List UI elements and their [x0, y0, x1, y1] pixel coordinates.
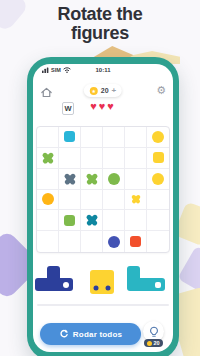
board-cell: [125, 210, 147, 231]
board-cell: [103, 127, 125, 148]
#29b5d8-square: [64, 131, 75, 142]
phone-screen: SIM 10:11 ★ 20 +: [33, 64, 173, 352]
board-cell: [59, 231, 81, 252]
board-cell: [81, 210, 103, 231]
piece-teal-j[interactable]: [127, 266, 164, 291]
board-cell: [125, 148, 147, 169]
#ffb515-circle: [42, 193, 54, 205]
board-cell: [147, 127, 169, 148]
board-cell: [125, 231, 147, 252]
piece-cell: [47, 266, 60, 279]
piece-cell: [139, 278, 152, 291]
board-cell: [103, 169, 125, 190]
piece-yellow-o[interactable]: [90, 270, 125, 294]
board-cell: [103, 190, 125, 211]
piece-cell: [35, 278, 48, 291]
board-cell: [37, 169, 59, 190]
clock: 10:11: [33, 67, 173, 73]
board-cell: [59, 210, 81, 231]
board-cell: [147, 231, 169, 252]
board-cell: [37, 148, 59, 169]
tray-divider: [37, 304, 169, 306]
board-cell: [147, 148, 169, 169]
puzzle-board: [36, 126, 170, 253]
decor-lavender-right: [177, 246, 200, 293]
board-cell: [147, 210, 169, 231]
board-cell: [59, 148, 81, 169]
board-cell: [59, 127, 81, 148]
heart-icon: ♥: [90, 100, 99, 112]
#7fba4c-square: [64, 215, 75, 226]
board-cell: [147, 169, 169, 190]
board-cell: [103, 148, 125, 169]
phone-frame: SIM 10:11 ★ 20 +: [27, 57, 179, 356]
coin-icon: ★: [90, 87, 98, 95]
gear-icon: ⚙: [156, 84, 166, 96]
piece-cell: [127, 278, 140, 291]
piece-navy-t[interactable]: [35, 266, 72, 291]
hint-coin-icon: [147, 341, 152, 346]
piece-marker-circle: [105, 285, 110, 290]
page-title: Rotate the figures: [0, 5, 200, 43]
title-line-2: figures: [0, 24, 200, 43]
piece-cell: [102, 270, 114, 282]
#fdd331-cross: [131, 194, 141, 204]
rotate-icon: [59, 329, 69, 339]
piece-marker-circle: [63, 282, 69, 288]
title-line-1: Rotate the: [0, 5, 200, 24]
heart-icon: ♥: [107, 100, 116, 112]
#fdd331-circle: [152, 173, 164, 185]
hint-cost: 20: [154, 339, 160, 347]
#7fba4c-cross: [41, 151, 54, 164]
board-cell: [103, 231, 125, 252]
bulb-icon: [148, 326, 160, 338]
settings-button[interactable]: ⚙: [156, 84, 166, 97]
piece-cell: [47, 278, 60, 291]
board-cell: [37, 190, 59, 211]
board-cell: [81, 127, 103, 148]
piece-marker-square: [155, 282, 161, 288]
hint-cost-badge: 20: [144, 339, 163, 347]
coin-add-button[interactable]: +: [112, 86, 117, 95]
#7fba4c-circle: [108, 173, 120, 185]
piece-marker-circle: [93, 285, 98, 290]
board-cell: [81, 231, 103, 252]
coin-count: 20: [101, 87, 109, 94]
board-cell: [125, 127, 147, 148]
#f2502c-square: [130, 236, 141, 247]
coin-pill[interactable]: ★ 20 +: [84, 84, 122, 97]
#fdd331-square: [153, 152, 164, 163]
#7fba4c-cross: [85, 172, 98, 185]
level-letter-tile: W: [62, 102, 74, 115]
board-cell: [59, 169, 81, 190]
heart-icon: ♥: [99, 100, 108, 112]
lives-hearts: ♥♥♥: [90, 100, 116, 112]
stage: Rotate the figures SIM: [0, 0, 200, 356]
home-button[interactable]: [40, 85, 53, 98]
board-cell: [125, 190, 147, 211]
home-icon: [40, 86, 53, 99]
#4353b4-circle: [108, 236, 120, 248]
rotate-all-label: Rodar todos: [73, 330, 122, 339]
board-cell: [37, 127, 59, 148]
board-cell: [103, 210, 125, 231]
board-cell: [81, 148, 103, 169]
board-cell: [125, 169, 147, 190]
#0f87a0-cross: [85, 214, 98, 227]
#5e7486-cross: [63, 172, 76, 185]
board-cell: [59, 190, 81, 211]
piece-cell: [90, 270, 102, 282]
rotate-all-button[interactable]: Rodar todos: [40, 323, 141, 345]
board-cell: [81, 169, 103, 190]
piece-cell: [127, 266, 140, 279]
board-cell: [147, 190, 169, 211]
#fdd331-circle: [152, 131, 164, 143]
board-cell: [81, 190, 103, 211]
board-cell: [37, 210, 59, 231]
board-cell: [37, 231, 59, 252]
status-bar: SIM 10:11: [33, 67, 173, 77]
